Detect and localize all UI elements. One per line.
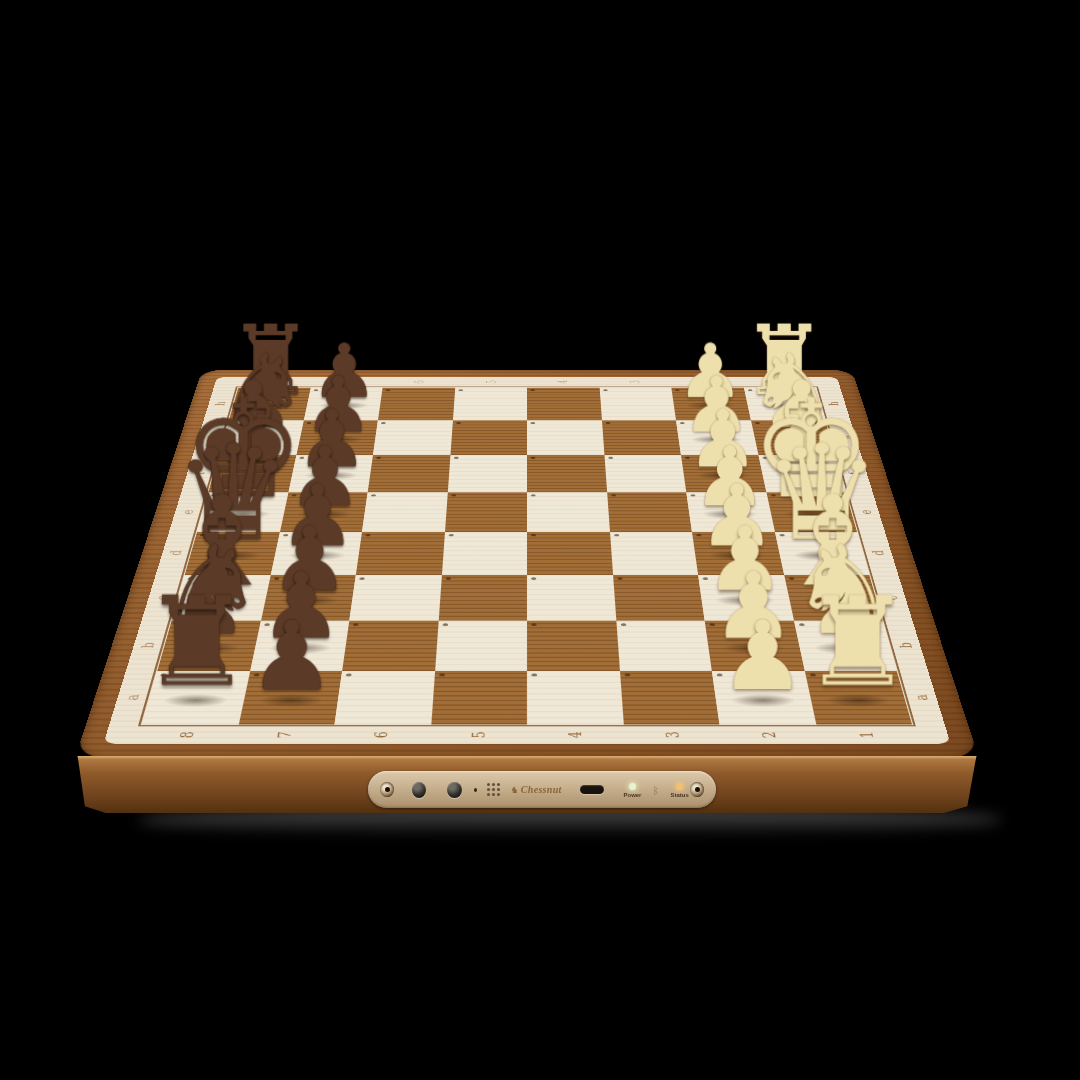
status-indicator: Status xyxy=(669,783,690,798)
mic-hole-icon xyxy=(474,788,478,792)
square-e5[interactable] xyxy=(445,492,528,532)
square-a7[interactable]: ♟ xyxy=(238,671,342,725)
bluetooth-icon: ᛒ xyxy=(653,785,659,796)
screw-hole xyxy=(690,782,704,797)
square-a5[interactable] xyxy=(431,671,527,725)
power-indicator: Power xyxy=(622,783,643,798)
maple-border-surface: 87654321 87654321 hgfedcba hgfedcba ♜♟♟♜… xyxy=(103,377,950,744)
panel-button-2[interactable] xyxy=(447,782,461,798)
square-c5[interactable] xyxy=(438,575,527,621)
chess-board: 87654321 87654321 hgfedcba hgfedcba ♜♟♟♜… xyxy=(75,370,979,758)
rank-labels-near-edge: 87654321 xyxy=(137,727,918,744)
power-led xyxy=(629,783,636,790)
brand-logo: ♞ Chessnut xyxy=(511,784,562,795)
status-label: Status xyxy=(671,792,689,798)
square-d5[interactable] xyxy=(441,532,527,575)
status-led xyxy=(676,783,683,790)
product-photo-stage: 87654321 87654321 hgfedcba hgfedcba ♜♟♟♜… xyxy=(0,0,1080,1080)
square-d4[interactable] xyxy=(527,532,613,575)
square-f4[interactable] xyxy=(527,455,607,492)
square-f5[interactable] xyxy=(447,455,527,492)
square-c4[interactable] xyxy=(527,575,616,621)
square-a4[interactable] xyxy=(527,671,623,725)
square-g5[interactable] xyxy=(450,420,527,455)
square-g4[interactable] xyxy=(527,420,604,455)
perspective-scene: 87654321 87654321 hgfedcba hgfedcba ♜♟♟♜… xyxy=(0,0,1080,1080)
headphone-jack-hole xyxy=(380,782,394,797)
square-h5[interactable] xyxy=(452,388,527,421)
square-a1[interactable]: ♜ xyxy=(804,671,912,725)
square-b5[interactable] xyxy=(435,621,527,671)
square-e4[interactable] xyxy=(527,492,610,532)
brand-name: Chessnut xyxy=(521,784,562,795)
panel-button-1[interactable] xyxy=(412,782,426,798)
usb-c-port[interactable] xyxy=(580,785,604,794)
knight-logo-icon: ♞ xyxy=(511,785,519,795)
square-h4[interactable] xyxy=(527,388,602,421)
control-panel: ♞ Chessnut Power ᛒ Status xyxy=(368,771,716,808)
speaker-grille-icon xyxy=(487,783,501,796)
power-label: Power xyxy=(624,792,642,798)
square-b4[interactable] xyxy=(527,621,619,671)
walnut-frame: 87654321 87654321 hgfedcba hgfedcba ♜♟♟♜… xyxy=(75,370,979,758)
